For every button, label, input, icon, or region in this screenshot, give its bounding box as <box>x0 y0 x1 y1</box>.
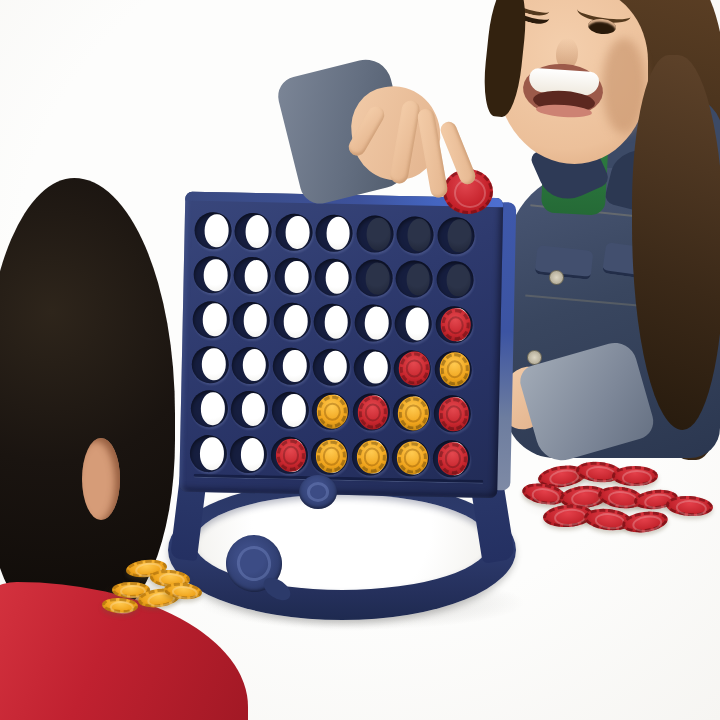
yellow-checker-on-board <box>397 441 428 475</box>
red-checker-on-board <box>398 352 429 386</box>
board-hole <box>272 347 310 385</box>
hole-backdrop <box>204 259 228 292</box>
board-cell-r3-c7 <box>433 302 474 347</box>
hole-backdrop <box>283 349 307 382</box>
board-cell-r1-c5 <box>354 211 395 256</box>
connect-four-board <box>179 192 503 499</box>
board-cell-r3-c4 <box>312 299 353 344</box>
board-cell-r5-c5 <box>350 389 391 434</box>
board-hole <box>437 217 475 255</box>
hole-backdrop <box>367 217 391 250</box>
board-hole <box>271 392 309 430</box>
board-hole <box>433 395 471 433</box>
board-hole <box>355 260 393 298</box>
checker-ring <box>405 404 422 423</box>
jacket-button <box>549 270 564 285</box>
board-cell-r5-c2 <box>229 387 270 432</box>
slot-disc-ornament <box>299 475 337 509</box>
board-hole <box>270 436 308 474</box>
hole-backdrop <box>326 217 350 250</box>
board-cell-r3-c1 <box>190 297 231 342</box>
red-checker-on-board <box>275 438 306 472</box>
hole-backdrop <box>364 351 388 384</box>
red-checker-on-board <box>357 395 388 429</box>
board-hole <box>315 214 353 252</box>
hole-backdrop <box>406 263 430 296</box>
board-cell-r3-c2 <box>231 298 272 343</box>
checker-ring <box>324 402 341 421</box>
board-cell-r2-c6 <box>394 257 435 302</box>
board-hole <box>231 391 269 429</box>
board-cell-r1-c4 <box>314 210 355 255</box>
board-hole <box>435 306 473 344</box>
board-hole <box>392 439 430 477</box>
board-cell-r5-c4 <box>310 389 351 434</box>
board-cell-r3-c6 <box>393 301 434 346</box>
hole-backdrop <box>323 350 347 383</box>
board-hole <box>396 260 434 298</box>
board-cell-r4-c1 <box>189 342 230 387</box>
board-hole <box>234 212 272 250</box>
board-cell-r1-c1 <box>192 208 233 253</box>
board-hole <box>353 349 391 387</box>
board-hole <box>396 216 434 254</box>
board-cell-r2-c1 <box>191 252 232 297</box>
board-hole <box>232 346 270 384</box>
checker-ring <box>447 316 464 335</box>
checker-ring <box>404 449 421 468</box>
yellow-checker-on-board <box>398 396 429 430</box>
board-cell-r6-c7 <box>430 436 471 481</box>
hole-backdrop <box>205 214 229 247</box>
boy-ear <box>82 438 120 520</box>
board-hole <box>189 435 227 473</box>
yellow-checker-on-board <box>316 439 347 473</box>
board-cell-r1-c2 <box>233 209 274 254</box>
slot-disc-ring <box>307 482 330 502</box>
board-cell-r4-c7 <box>432 347 473 392</box>
board-cell-r4-c3 <box>270 343 311 388</box>
board-cell-r5-c7 <box>431 391 472 436</box>
board-cell-r2-c3 <box>272 254 313 299</box>
board-hole <box>190 390 228 428</box>
hole-backdrop <box>244 259 268 292</box>
hole-backdrop <box>243 304 267 337</box>
yellow-checker-on-board <box>317 394 348 428</box>
board-hole <box>192 301 230 339</box>
board-cell-r3-c3 <box>271 299 312 344</box>
scene <box>0 0 720 720</box>
board-cell-r6-c2 <box>228 432 269 477</box>
hole-backdrop <box>366 262 390 295</box>
board-cell-r4-c5 <box>351 345 392 390</box>
checker-ring <box>622 470 652 486</box>
board-hole <box>311 437 349 475</box>
red-checker-on-board <box>437 442 468 476</box>
board-hole <box>314 303 352 341</box>
hole-backdrop <box>241 438 265 471</box>
board-grid <box>187 208 476 481</box>
hole-backdrop <box>405 307 429 340</box>
board-cell-r6-c3 <box>268 432 309 477</box>
hole-backdrop <box>242 393 266 426</box>
hole-backdrop <box>286 216 310 249</box>
board-hole <box>230 435 268 473</box>
hole-backdrop <box>324 306 348 339</box>
checker-ring <box>444 449 461 468</box>
board-cell-r5-c6 <box>391 390 432 435</box>
board-cell-r1-c3 <box>273 209 314 254</box>
board-cell-r1-c6 <box>395 212 436 257</box>
board-hole <box>233 302 271 340</box>
board-hole <box>434 350 472 388</box>
boy-hair <box>0 178 175 623</box>
hole-backdrop <box>285 260 309 293</box>
board-hole <box>352 393 390 431</box>
yellow-checker-on-board <box>356 440 387 474</box>
board-base-oval <box>168 480 516 620</box>
red-checker-on-table <box>612 466 658 486</box>
board-hole <box>193 256 231 294</box>
board-cell-r2-c7 <box>434 257 475 302</box>
board-hole <box>393 394 431 432</box>
red-checker-on-board <box>440 308 471 342</box>
board-hole <box>394 350 432 388</box>
hole-backdrop <box>201 392 225 425</box>
red-checker-on-board <box>438 397 469 431</box>
hole-backdrop <box>242 349 266 382</box>
board-cell-r3-c5 <box>352 300 393 345</box>
hole-backdrop <box>202 348 226 381</box>
board-cell-r4-c2 <box>230 342 271 387</box>
board-cell-r6-c1 <box>187 431 228 476</box>
board-cell-r4-c4 <box>311 344 352 389</box>
hole-backdrop <box>245 215 269 248</box>
board-hole <box>234 257 272 295</box>
board-cell-r6-c6 <box>390 435 431 480</box>
hole-backdrop <box>447 264 471 297</box>
board-cell-r6-c5 <box>349 434 390 479</box>
board-cell-r6-c4 <box>309 433 350 478</box>
board-cell-r2-c2 <box>232 253 273 298</box>
board-hole <box>275 213 313 251</box>
jacket-pocket-flap-left <box>535 245 594 280</box>
board-hole <box>432 440 470 478</box>
board-hole <box>191 345 229 383</box>
checker-ring <box>323 447 340 466</box>
hole-backdrop <box>200 437 224 470</box>
board-hole <box>356 215 394 253</box>
hole-backdrop <box>284 305 308 338</box>
board-hole <box>312 392 350 430</box>
board-cell-r4-c6 <box>392 346 433 391</box>
board-hole <box>354 304 392 342</box>
hole-backdrop <box>407 218 431 251</box>
checker-ring <box>109 600 134 614</box>
board-hole <box>351 438 389 476</box>
checker-ring <box>282 446 299 465</box>
hole-backdrop <box>325 261 349 294</box>
board-hole <box>274 258 312 296</box>
board-hole <box>273 302 311 340</box>
yellow-checker-on-board <box>439 352 470 386</box>
board-cell-r1-c7 <box>435 213 476 258</box>
hole-backdrop <box>282 394 306 427</box>
board-cell-r5-c1 <box>188 386 229 431</box>
board-hole <box>395 305 433 343</box>
hole-backdrop <box>448 219 472 252</box>
hole-backdrop <box>365 307 389 340</box>
board-cell-r2-c4 <box>313 255 354 300</box>
board-cell-r2-c5 <box>353 256 394 301</box>
board-hole <box>313 348 351 386</box>
board-hole <box>315 259 353 297</box>
checker-ring <box>363 448 380 467</box>
board-hole <box>436 261 474 299</box>
board-hole <box>194 212 232 250</box>
board-cell-r5-c3 <box>269 388 310 433</box>
hole-backdrop <box>203 303 227 336</box>
